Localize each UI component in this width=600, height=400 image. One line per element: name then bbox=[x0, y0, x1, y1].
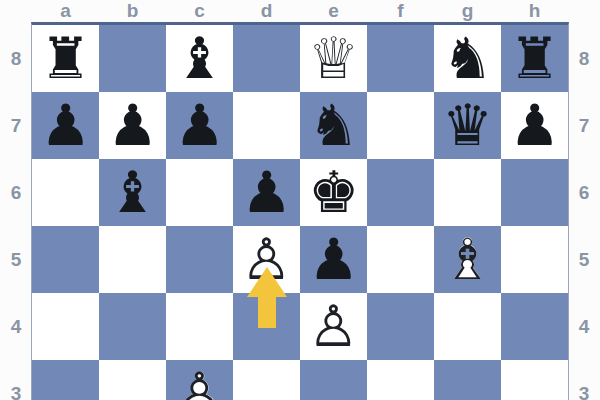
square-d4[interactable] bbox=[233, 293, 300, 360]
file-label-c: c bbox=[166, 0, 233, 22]
black-bishop-icon: ♝ bbox=[99, 159, 166, 226]
square-h8[interactable]: ♜ bbox=[501, 25, 568, 92]
square-a8[interactable]: ♜ bbox=[32, 25, 99, 92]
square-e5[interactable]: ♟ bbox=[300, 226, 367, 293]
square-c7[interactable]: ♟ bbox=[166, 92, 233, 159]
square-d7[interactable] bbox=[233, 92, 300, 159]
chess-diagram: ♜♝♛♕♞♜♟♟♟♞♛♟♝♟♚♟♙♟♝♗♟♙♟♙ abcdefgh8877665… bbox=[0, 0, 600, 400]
square-e3[interactable] bbox=[300, 360, 367, 400]
square-c3[interactable]: ♟♙ bbox=[166, 360, 233, 400]
square-c8[interactable]: ♝ bbox=[166, 25, 233, 92]
square-h3[interactable] bbox=[501, 360, 568, 400]
square-h7[interactable]: ♟ bbox=[501, 92, 568, 159]
square-f6[interactable] bbox=[367, 159, 434, 226]
rank-label-left-3: 3 bbox=[1, 360, 31, 400]
square-b7[interactable]: ♟ bbox=[99, 92, 166, 159]
rank-label-right-6: 6 bbox=[569, 159, 599, 226]
square-a5[interactable] bbox=[32, 226, 99, 293]
rank-label-right-8: 8 bbox=[569, 25, 599, 92]
square-h4[interactable] bbox=[501, 293, 568, 360]
black-knight-icon: ♞ bbox=[300, 92, 367, 159]
rank-label-right-3: 3 bbox=[569, 360, 599, 400]
black-king-icon: ♚ bbox=[300, 159, 367, 226]
black-pawn-icon: ♟ bbox=[233, 159, 300, 226]
square-d3[interactable] bbox=[233, 360, 300, 400]
square-b3[interactable] bbox=[99, 360, 166, 400]
rank-label-left-8: 8 bbox=[1, 25, 31, 92]
square-e7[interactable]: ♞ bbox=[300, 92, 367, 159]
white-bishop-icon: ♝♗ bbox=[434, 226, 501, 293]
square-h5[interactable] bbox=[501, 226, 568, 293]
file-label-b: b bbox=[99, 0, 166, 22]
rank-label-left-7: 7 bbox=[1, 92, 31, 159]
black-pawn-icon: ♟ bbox=[501, 92, 568, 159]
square-g4[interactable] bbox=[434, 293, 501, 360]
white-queen-icon: ♛♕ bbox=[300, 25, 367, 92]
rank-label-right-7: 7 bbox=[569, 92, 599, 159]
chess-board: ♜♝♛♕♞♜♟♟♟♞♛♟♝♟♚♟♙♟♝♗♟♙♟♙ bbox=[31, 22, 569, 400]
square-c4[interactable] bbox=[166, 293, 233, 360]
square-c5[interactable] bbox=[166, 226, 233, 293]
square-g6[interactable] bbox=[434, 159, 501, 226]
black-pawn-icon: ♟ bbox=[166, 92, 233, 159]
black-rook-icon: ♜ bbox=[501, 25, 568, 92]
square-b4[interactable] bbox=[99, 293, 166, 360]
square-a3[interactable] bbox=[32, 360, 99, 400]
square-a7[interactable]: ♟ bbox=[32, 92, 99, 159]
white-pawn-icon: ♟♙ bbox=[300, 293, 367, 360]
square-f7[interactable] bbox=[367, 92, 434, 159]
black-knight-icon: ♞ bbox=[434, 25, 501, 92]
black-queen-icon: ♛ bbox=[434, 92, 501, 159]
black-rook-icon: ♜ bbox=[32, 25, 99, 92]
square-g5[interactable]: ♝♗ bbox=[434, 226, 501, 293]
rank-label-right-5: 5 bbox=[569, 226, 599, 293]
square-f8[interactable] bbox=[367, 25, 434, 92]
square-g3[interactable] bbox=[434, 360, 501, 400]
black-pawn-icon: ♟ bbox=[32, 92, 99, 159]
black-bishop-icon: ♝ bbox=[166, 25, 233, 92]
file-label-e: e bbox=[300, 0, 367, 22]
square-c6[interactable] bbox=[166, 159, 233, 226]
rank-label-left-5: 5 bbox=[1, 226, 31, 293]
white-pawn-icon: ♟♙ bbox=[233, 226, 300, 293]
square-g8[interactable]: ♞ bbox=[434, 25, 501, 92]
square-g7[interactable]: ♛ bbox=[434, 92, 501, 159]
file-label-f: f bbox=[367, 0, 434, 22]
square-a6[interactable] bbox=[32, 159, 99, 226]
file-label-a: a bbox=[32, 0, 99, 22]
square-e8[interactable]: ♛♕ bbox=[300, 25, 367, 92]
square-f4[interactable] bbox=[367, 293, 434, 360]
square-b6[interactable]: ♝ bbox=[99, 159, 166, 226]
black-pawn-icon: ♟ bbox=[99, 92, 166, 159]
white-pawn-icon: ♟♙ bbox=[166, 360, 233, 400]
square-f3[interactable] bbox=[367, 360, 434, 400]
square-e6[interactable]: ♚ bbox=[300, 159, 367, 226]
square-b5[interactable] bbox=[99, 226, 166, 293]
rank-label-left-4: 4 bbox=[1, 293, 31, 360]
file-label-g: g bbox=[434, 0, 501, 22]
square-d8[interactable] bbox=[233, 25, 300, 92]
square-a4[interactable] bbox=[32, 293, 99, 360]
rank-label-right-4: 4 bbox=[569, 293, 599, 360]
rank-label-left-6: 6 bbox=[1, 159, 31, 226]
square-d5[interactable]: ♟♙ bbox=[233, 226, 300, 293]
square-f5[interactable] bbox=[367, 226, 434, 293]
square-e4[interactable]: ♟♙ bbox=[300, 293, 367, 360]
file-label-h: h bbox=[501, 0, 568, 22]
black-pawn-icon: ♟ bbox=[300, 226, 367, 293]
square-h6[interactable] bbox=[501, 159, 568, 226]
square-d6[interactable]: ♟ bbox=[233, 159, 300, 226]
square-b8[interactable] bbox=[99, 25, 166, 92]
file-label-d: d bbox=[233, 0, 300, 22]
